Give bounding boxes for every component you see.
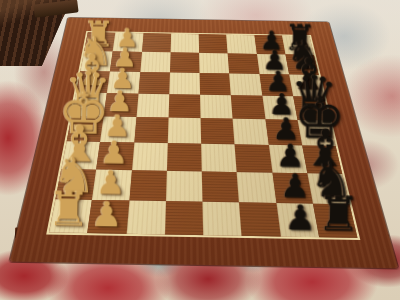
square-h1[interactable]: ♜ [49, 199, 92, 233]
board-squares: ♜♟♟♜♞♟♟♞♝♟♟♝♛♟♟♛♚♟♟♚♝♟♟♝♞♟♟♞♜♟♟♜ [49, 32, 357, 238]
square-h8[interactable]: ♜ [313, 204, 358, 238]
square-g6[interactable] [237, 172, 276, 203]
square-e5[interactable] [201, 118, 235, 144]
square-d4[interactable] [168, 94, 200, 118]
playing-area: ♜♟♟♜♞♟♟♞♝♟♟♝♛♟♟♛♚♟♟♚♝♟♟♝♞♟♟♞♜♟♟♜ [46, 31, 360, 240]
square-h5[interactable] [202, 202, 241, 236]
square-c4[interactable] [169, 72, 200, 94]
square-g3[interactable] [129, 170, 167, 201]
square-a6[interactable] [226, 35, 256, 54]
square-b5[interactable] [199, 53, 229, 74]
square-f3[interactable] [132, 143, 168, 171]
square-b4[interactable] [170, 52, 200, 73]
square-h3[interactable] [126, 201, 166, 235]
square-d3[interactable] [136, 94, 169, 118]
square-b6[interactable] [228, 53, 259, 74]
square-f6[interactable] [235, 144, 272, 172]
square-f5[interactable] [201, 144, 237, 172]
piece-black-P-h7[interactable]: ♟ [284, 203, 316, 236]
square-h4[interactable] [165, 201, 204, 235]
square-a4[interactable] [170, 34, 199, 53]
photo-scene: ♜♟♟♜♞♟♟♞♝♟♟♝♛♟♟♛♚♟♟♚♝♟♟♝♞♟♟♞♜♟♟♜ [0, 0, 400, 300]
piece-white-P-h2[interactable]: ♟ [91, 199, 123, 232]
square-f4[interactable] [167, 143, 202, 171]
square-b3[interactable] [140, 52, 170, 73]
square-c6[interactable] [229, 74, 262, 96]
square-d6[interactable] [231, 95, 265, 119]
square-e4[interactable] [168, 118, 202, 144]
square-c5[interactable] [200, 73, 231, 95]
square-e6[interactable] [233, 119, 269, 145]
square-a3[interactable] [142, 33, 171, 52]
square-g4[interactable] [166, 171, 203, 202]
piece-white-R-h1[interactable]: ♜ [47, 186, 91, 232]
square-h6[interactable] [239, 202, 280, 236]
chess-board-frame: ♜♟♟♜♞♟♟♞♝♟♟♝♛♟♟♛♚♟♟♚♝♟♟♝♞♟♟♞♜♟♟♜ [10, 18, 399, 269]
square-a5[interactable] [199, 34, 228, 53]
board-perspective-wrapper: ♜♟♟♜♞♟♟♞♝♟♟♝♛♟♟♛♚♟♟♚♝♟♟♝♞♟♟♞♜♟♟♜ [0, 0, 400, 300]
square-g5[interactable] [202, 171, 239, 202]
square-h7[interactable]: ♟ [276, 203, 319, 237]
square-e3[interactable] [134, 117, 168, 143]
square-d5[interactable] [200, 95, 233, 119]
square-c3[interactable] [138, 72, 170, 94]
square-h2[interactable]: ♟ [88, 200, 129, 234]
piece-black-R-h8[interactable]: ♜ [317, 191, 361, 237]
